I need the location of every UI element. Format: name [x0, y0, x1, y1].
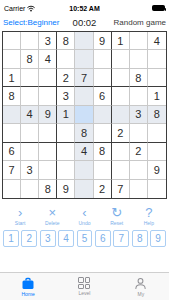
cell-r3c3[interactable]	[39, 69, 57, 87]
cell-r9c1[interactable]	[3, 180, 21, 198]
num-1-button[interactable]: 1	[3, 230, 19, 247]
cell-r5c9[interactable]: 8	[148, 106, 166, 124]
home-icon	[21, 277, 35, 290]
cell-r1c4[interactable]: 8	[57, 32, 75, 50]
cell-r5c7[interactable]	[112, 106, 130, 124]
cell-r1c5[interactable]	[75, 32, 93, 50]
cell-r1c1[interactable]	[3, 32, 21, 50]
start-button[interactable]: ›Start	[8, 206, 32, 226]
cell-r5c2[interactable]: 4	[21, 106, 39, 124]
tab-home-label: Home	[21, 291, 34, 297]
cell-r7c2[interactable]	[21, 143, 39, 161]
tab-my-label: My	[137, 291, 144, 297]
select-level-button[interactable]: Select:Beginner	[3, 18, 73, 27]
reset-icon: ↻	[111, 206, 122, 219]
cell-r2c4[interactable]	[57, 50, 75, 68]
cell-r6c4[interactable]	[57, 124, 75, 142]
cell-r8c9[interactable]: 9	[148, 161, 166, 179]
reset-label: Reset	[110, 220, 123, 226]
undo-label: Undo	[78, 220, 90, 226]
cell-r2c9[interactable]	[148, 50, 166, 68]
cell-r4c6[interactable]: 6	[94, 87, 112, 105]
cell-r3c2[interactable]	[21, 69, 39, 87]
num-2-button[interactable]: 2	[21, 230, 37, 247]
cell-r1c8[interactable]	[130, 32, 148, 50]
cell-r9c3[interactable]: 8	[39, 180, 57, 198]
help-icon: ?	[145, 206, 152, 219]
num-6-button[interactable]: 6	[95, 230, 111, 247]
num-3-button[interactable]: 3	[40, 230, 56, 247]
cell-r3c9[interactable]	[148, 69, 166, 87]
delete-icon: ×	[48, 206, 56, 219]
cell-r2c7[interactable]	[112, 50, 130, 68]
start-icon: ›	[18, 206, 22, 219]
cell-r8c7[interactable]	[112, 161, 130, 179]
cell-r8c4[interactable]	[57, 161, 75, 179]
cell-r3c6[interactable]	[94, 69, 112, 87]
start-label: Start	[15, 220, 26, 226]
cell-r3c4[interactable]: 2	[57, 69, 75, 87]
cell-r2c2[interactable]: 8	[21, 50, 39, 68]
cell-r5c1[interactable]	[3, 106, 21, 124]
cell-r3c5[interactable]: 7	[75, 69, 93, 87]
undo-icon: ‹	[82, 206, 86, 219]
cell-r4c8[interactable]	[130, 87, 148, 105]
cell-r7c7[interactable]	[112, 143, 130, 161]
cell-r6c2[interactable]	[21, 124, 39, 142]
cell-r7c4[interactable]	[57, 143, 75, 161]
cell-r4c1[interactable]: 8	[3, 87, 21, 105]
status-right	[111, 5, 165, 11]
cell-r5c5[interactable]	[75, 106, 93, 124]
sudoku-app-screen: Carrier 10:52 AM Select:Beginner 00:02 R…	[0, 0, 169, 300]
cell-r4c5[interactable]	[75, 87, 93, 105]
cell-r3c7[interactable]	[112, 69, 130, 87]
cell-r1c9[interactable]: 4	[148, 32, 166, 50]
cell-r8c1[interactable]: 7	[3, 161, 21, 179]
tab-home[interactable]: Home	[0, 273, 56, 300]
cell-r5c4[interactable]: 1	[57, 106, 75, 124]
cell-r2c1[interactable]	[3, 50, 21, 68]
cell-r5c8[interactable]: 3	[130, 106, 148, 124]
cell-r8c2[interactable]: 3	[21, 161, 39, 179]
status-time: 10:52 AM	[58, 5, 112, 12]
cell-r4c7[interactable]	[112, 87, 130, 105]
status-left: Carrier	[4, 5, 58, 12]
undo-button[interactable]: ‹Undo	[72, 206, 96, 226]
cell-r9c8[interactable]	[130, 180, 148, 198]
cell-r9c2[interactable]	[21, 180, 39, 198]
cell-r1c6[interactable]: 9	[94, 32, 112, 50]
carrier-label: Carrier	[4, 5, 25, 12]
cell-r9c6[interactable]: 2	[94, 180, 112, 198]
number-pad: 123456789	[0, 230, 169, 247]
cell-r4c4[interactable]: 3	[57, 87, 75, 105]
cell-r2c6[interactable]	[94, 50, 112, 68]
cell-r6c9[interactable]	[148, 124, 166, 142]
person-icon	[134, 277, 147, 290]
cell-r7c1[interactable]: 6	[3, 143, 21, 161]
cell-r8c3[interactable]	[39, 161, 57, 179]
cell-r9c5[interactable]	[75, 180, 93, 198]
cell-r1c2[interactable]	[21, 32, 39, 50]
cell-r4c9[interactable]: 1	[148, 87, 166, 105]
cell-r4c3[interactable]	[39, 87, 57, 105]
cell-r7c6[interactable]: 8	[94, 143, 112, 161]
help-button[interactable]: ?Help	[137, 206, 161, 226]
cell-r8c5[interactable]	[75, 161, 93, 179]
delete-button[interactable]: ×Delete	[40, 206, 64, 226]
game-header: Select:Beginner 00:02 Random game	[0, 14, 169, 30]
reset-button[interactable]: ↻Reset	[105, 206, 129, 226]
cell-r9c9[interactable]	[148, 180, 166, 198]
cell-r6c8[interactable]	[130, 124, 148, 142]
cell-r6c7[interactable]: 2	[112, 124, 130, 142]
tab-bar: HomeLevelMy	[0, 272, 169, 300]
cell-r7c8[interactable]: 2	[130, 143, 148, 161]
cell-r5c6[interactable]	[94, 106, 112, 124]
cell-r3c8[interactable]: 8	[130, 69, 148, 87]
num-9-button[interactable]: 9	[150, 230, 166, 247]
battery-icon	[152, 5, 165, 11]
cell-r6c3[interactable]	[39, 124, 57, 142]
tab-level[interactable]: Level	[56, 273, 112, 300]
tab-level-label: Level	[79, 290, 91, 296]
num-4-button[interactable]: 4	[58, 230, 74, 247]
cell-r1c3[interactable]: 3	[39, 32, 57, 50]
cell-r1c7[interactable]: 1	[112, 32, 130, 50]
tab-my[interactable]: My	[113, 273, 169, 300]
status-bar: Carrier 10:52 AM	[0, 0, 169, 14]
level-grid-icon	[78, 277, 90, 289]
cell-r9c4[interactable]: 9	[57, 180, 75, 198]
cell-r6c1[interactable]	[3, 124, 21, 142]
cell-r8c8[interactable]	[130, 161, 148, 179]
cell-r4c2[interactable]	[21, 87, 39, 105]
cell-r2c3[interactable]: 4	[39, 50, 57, 68]
cell-r7c3[interactable]	[39, 143, 57, 161]
num-7-button[interactable]: 7	[113, 230, 129, 247]
cell-r7c9[interactable]	[148, 143, 166, 161]
delete-label: Delete	[45, 220, 59, 226]
cell-r3c1[interactable]: 1	[3, 69, 21, 87]
cell-r2c8[interactable]	[130, 50, 148, 68]
num-8-button[interactable]: 8	[132, 230, 148, 247]
cell-r7c5[interactable]: 4	[75, 143, 93, 161]
cell-r2c5[interactable]	[75, 50, 93, 68]
toolbar: ›Start×Delete‹Undo↻Reset?Help	[0, 206, 169, 226]
help-label: Help	[144, 220, 154, 226]
random-game-button[interactable]: Random game	[96, 18, 166, 27]
cell-r6c6[interactable]	[94, 124, 112, 142]
wifi-icon	[27, 5, 35, 12]
num-5-button[interactable]: 5	[77, 230, 93, 247]
cell-r5c3[interactable]: 9	[39, 106, 57, 124]
sudoku-board: 389148412788361491388264827398927	[2, 31, 167, 199]
timer: 00:02	[73, 17, 97, 28]
cell-r9c7[interactable]: 7	[112, 180, 130, 198]
cell-r6c5[interactable]: 8	[75, 124, 93, 142]
cell-r8c6[interactable]	[94, 161, 112, 179]
